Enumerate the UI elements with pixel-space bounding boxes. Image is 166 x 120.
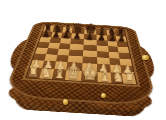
piece-white-king: ♚ <box>81 65 99 83</box>
piece-white-queen: ♛ <box>65 65 82 82</box>
carved-frame: ♜♞♝♛♚♝♞♜♟♟♟♟♟♟♟♟♟♟♟♟♟♟♟♟♜♞♝♛♚♝♞♜ <box>1 21 159 107</box>
square-g1[interactable]: ♞ <box>110 72 124 83</box>
square-f7[interactable]: ♟ <box>97 35 108 41</box>
square-f1[interactable]: ♝ <box>97 72 111 83</box>
piece-white-bishop: ♝ <box>98 69 112 83</box>
product-photo: ♜♞♝♛♚♝♞♜♟♟♟♟♟♟♟♟♟♟♟♟♟♟♟♟♜♞♝♛♚♝♞♜ <box>0 0 166 120</box>
chess-board: ♜♞♝♛♚♝♞♜♟♟♟♟♟♟♟♟♟♟♟♟♟♟♟♟♜♞♝♛♚♝♞♜ <box>1 21 159 107</box>
piece-white-rook: ♜ <box>124 72 137 85</box>
piece-black-pawn: ♟ <box>62 30 71 39</box>
piece-white-knight: ♞ <box>111 71 124 84</box>
brass-latch-right <box>142 55 149 60</box>
square-h1[interactable]: ♜ <box>122 73 136 84</box>
brass-foot-front-left <box>63 99 68 105</box>
square-f4[interactable] <box>97 51 109 58</box>
piece-white-bishop: ♝ <box>52 66 66 80</box>
piece-white-knight: ♞ <box>39 66 52 79</box>
piece-black-pawn: ♟ <box>98 32 107 41</box>
board-grid: ♜♞♝♛♚♝♞♜♟♟♟♟♟♟♟♟♟♟♟♟♟♟♟♟♜♞♝♛♚♝♞♜ <box>25 25 138 85</box>
square-d4[interactable] <box>69 49 83 56</box>
square-f5[interactable] <box>97 45 109 52</box>
square-d1[interactable]: ♛ <box>65 70 81 81</box>
brass-foot-front-right <box>101 93 106 98</box>
piece-white-rook: ♜ <box>27 66 40 79</box>
square-b1[interactable]: ♞ <box>39 68 54 79</box>
square-e1[interactable]: ♚ <box>81 71 98 82</box>
